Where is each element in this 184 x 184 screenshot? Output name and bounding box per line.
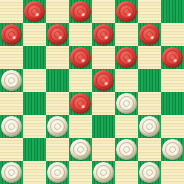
dark-square-30[interactable]	[46, 161, 69, 184]
dark-square-8[interactable]	[138, 23, 161, 46]
dark-square-20[interactable]	[161, 92, 184, 115]
dark-square-17[interactable]	[23, 92, 46, 115]
light-square-r6c4	[92, 138, 115, 161]
red-man-piece[interactable]	[139, 24, 160, 45]
dark-square-9[interactable]	[23, 46, 46, 69]
light-square-r2c0	[0, 46, 23, 69]
red-man-piece[interactable]	[93, 24, 114, 45]
white-man-piece[interactable]	[139, 116, 160, 137]
red-man-piece[interactable]	[70, 1, 91, 22]
light-square-r1c1	[23, 23, 46, 46]
red-man-piece[interactable]	[1, 24, 22, 45]
dark-square-2[interactable]	[69, 0, 92, 23]
light-square-r3c7	[161, 69, 184, 92]
dark-square-6[interactable]	[46, 23, 69, 46]
white-man-piece[interactable]	[1, 162, 22, 183]
light-square-r6c2	[46, 138, 69, 161]
light-square-r1c7	[161, 23, 184, 46]
light-square-r1c3	[69, 23, 92, 46]
dark-square-1[interactable]	[23, 0, 46, 23]
light-square-r5c5	[115, 115, 138, 138]
dark-square-26[interactable]	[69, 138, 92, 161]
light-square-r0c0	[0, 0, 23, 23]
white-man-piece[interactable]	[116, 139, 137, 160]
dark-square-31[interactable]	[92, 161, 115, 184]
light-square-r3c3	[69, 69, 92, 92]
white-man-piece[interactable]	[1, 70, 22, 91]
dark-square-16[interactable]	[138, 69, 161, 92]
light-square-r3c5	[115, 69, 138, 92]
checkers-board	[0, 0, 184, 184]
dark-square-19[interactable]	[115, 92, 138, 115]
white-man-piece[interactable]	[116, 93, 137, 114]
light-square-r7c3	[69, 161, 92, 184]
dark-square-27[interactable]	[115, 138, 138, 161]
light-square-r0c4	[92, 0, 115, 23]
dark-square-12[interactable]	[161, 46, 184, 69]
dark-square-25[interactable]	[23, 138, 46, 161]
dark-square-10[interactable]	[69, 46, 92, 69]
dark-square-15[interactable]	[92, 69, 115, 92]
white-man-piece[interactable]	[47, 162, 68, 183]
dark-square-11[interactable]	[115, 46, 138, 69]
dark-square-23[interactable]	[92, 115, 115, 138]
light-square-r4c0	[0, 92, 23, 115]
dark-square-14[interactable]	[46, 69, 69, 92]
light-square-r7c5	[115, 161, 138, 184]
light-square-r7c1	[23, 161, 46, 184]
light-square-r5c7	[161, 115, 184, 138]
white-man-piece[interactable]	[47, 116, 68, 137]
red-man-piece[interactable]	[116, 1, 137, 22]
red-man-piece[interactable]	[47, 24, 68, 45]
dark-square-13[interactable]	[0, 69, 23, 92]
light-square-r0c6	[138, 0, 161, 23]
light-square-r2c2	[46, 46, 69, 69]
dark-square-7[interactable]	[92, 23, 115, 46]
red-man-piece[interactable]	[24, 1, 45, 22]
dark-square-18[interactable]	[69, 92, 92, 115]
dark-square-5[interactable]	[0, 23, 23, 46]
light-square-r4c6	[138, 92, 161, 115]
dark-square-32[interactable]	[138, 161, 161, 184]
light-square-r3c1	[23, 69, 46, 92]
red-man-piece[interactable]	[70, 47, 91, 68]
light-square-r7c7	[161, 161, 184, 184]
light-square-r4c4	[92, 92, 115, 115]
dark-square-28[interactable]	[161, 138, 184, 161]
light-square-r5c1	[23, 115, 46, 138]
light-square-r2c4	[92, 46, 115, 69]
white-man-piece[interactable]	[70, 139, 91, 160]
red-man-piece[interactable]	[116, 47, 137, 68]
light-square-r2c6	[138, 46, 161, 69]
light-square-r0c2	[46, 0, 69, 23]
dark-square-21[interactable]	[0, 115, 23, 138]
red-man-piece[interactable]	[70, 93, 91, 114]
dark-square-22[interactable]	[46, 115, 69, 138]
light-square-r4c2	[46, 92, 69, 115]
red-man-piece[interactable]	[162, 47, 183, 68]
white-man-piece[interactable]	[93, 162, 114, 183]
white-man-piece[interactable]	[162, 139, 183, 160]
dark-square-24[interactable]	[138, 115, 161, 138]
light-square-r6c0	[0, 138, 23, 161]
dark-square-3[interactable]	[115, 0, 138, 23]
red-man-piece[interactable]	[93, 70, 114, 91]
light-square-r5c3	[69, 115, 92, 138]
light-square-r1c5	[115, 23, 138, 46]
white-man-piece[interactable]	[139, 162, 160, 183]
white-man-piece[interactable]	[1, 116, 22, 137]
dark-square-4[interactable]	[161, 0, 184, 23]
light-square-r6c6	[138, 138, 161, 161]
dark-square-29[interactable]	[0, 161, 23, 184]
